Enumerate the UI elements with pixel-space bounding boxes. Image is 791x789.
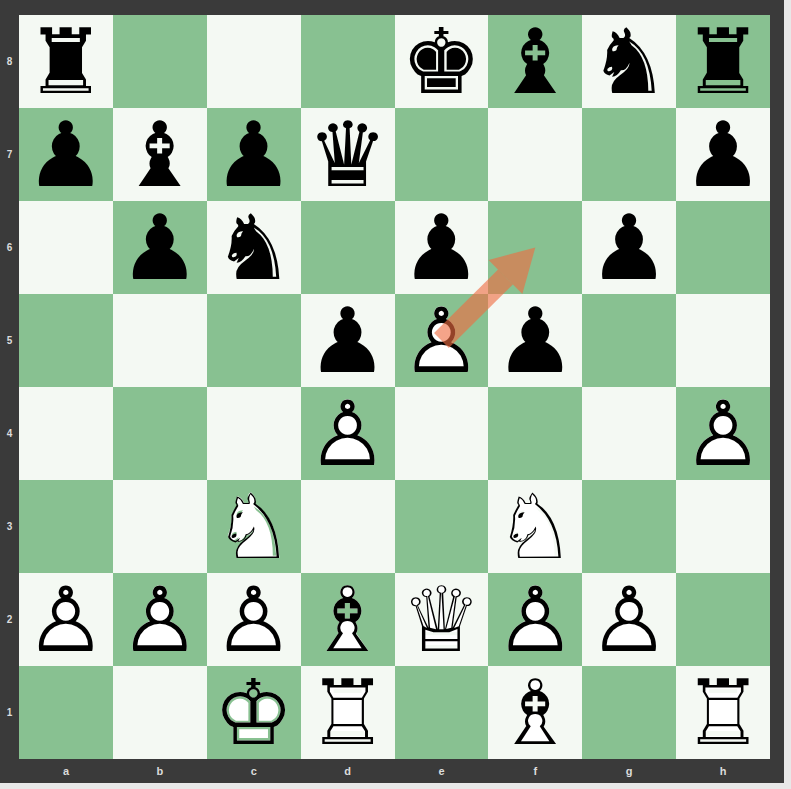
black-queen-glyph: ♛ [301, 108, 395, 201]
square-g1[interactable] [582, 666, 676, 759]
piece-black-knight[interactable]: ♞ [207, 201, 301, 294]
rank-label-5: 5 [0, 294, 19, 387]
piece-black-pawn[interactable]: ♟︎ [207, 108, 301, 201]
square-e5[interactable]: ♟︎♙ [395, 294, 489, 387]
piece-black-knight[interactable]: ♞ [582, 15, 676, 108]
square-a8[interactable]: ♜ [19, 15, 113, 108]
piece-white-rook[interactable]: ♜♖ [676, 666, 770, 759]
black-knight-glyph: ♞ [207, 201, 301, 294]
black-king-glyph: ♚ [395, 15, 489, 108]
piece-black-rook[interactable]: ♜ [676, 15, 770, 108]
square-b8[interactable] [113, 15, 207, 108]
square-a7[interactable]: ♟︎ [19, 108, 113, 201]
piece-black-rook[interactable]: ♜ [19, 15, 113, 108]
piece-black-king[interactable]: ♚ [395, 15, 489, 108]
square-e1[interactable] [395, 666, 489, 759]
chess-board[interactable]: ♜♚♝♞♜♟︎♝♟︎♛♟︎♟︎♞♟︎♟︎♟︎♟︎♙♟︎♟︎♙♟︎♙♞♘♞♘♟︎♙… [19, 15, 770, 759]
rank-label-3: 3 [0, 480, 19, 573]
piece-black-pawn[interactable]: ♟︎ [395, 201, 489, 294]
black-pawn-glyph: ♟︎ [676, 108, 770, 201]
square-f5[interactable]: ♟︎ [488, 294, 582, 387]
square-d2[interactable]: ♝♗ [301, 573, 395, 666]
file-label-d: d [301, 759, 395, 783]
white-pawn-outline: ♙ [488, 573, 582, 666]
square-d3[interactable] [301, 480, 395, 573]
square-b7[interactable]: ♝ [113, 108, 207, 201]
square-h8[interactable]: ♜ [676, 15, 770, 108]
square-e4[interactable] [395, 387, 489, 480]
square-g3[interactable] [582, 480, 676, 573]
square-f1[interactable]: ♝♗ [488, 666, 582, 759]
white-pawn-outline: ♙ [19, 573, 113, 666]
piece-white-rook[interactable]: ♜♖ [301, 666, 395, 759]
file-label-c: c [207, 759, 301, 783]
square-a2[interactable]: ♟︎♙ [19, 573, 113, 666]
white-pawn-outline: ♙ [113, 573, 207, 666]
square-g4[interactable] [582, 387, 676, 480]
square-d8[interactable] [301, 15, 395, 108]
piece-white-bishop[interactable]: ♝♗ [488, 666, 582, 759]
piece-white-pawn[interactable]: ♟︎♙ [113, 573, 207, 666]
piece-white-knight[interactable]: ♞♘ [207, 480, 301, 573]
square-g7[interactable] [582, 108, 676, 201]
piece-white-queen[interactable]: ♛♕ [395, 573, 489, 666]
piece-black-pawn[interactable]: ♟︎ [488, 294, 582, 387]
square-c3[interactable]: ♞♘ [207, 480, 301, 573]
square-e8[interactable]: ♚ [395, 15, 489, 108]
white-bishop-outline: ♗ [301, 573, 395, 666]
file-label-a: a [19, 759, 113, 783]
white-pawn-outline: ♙ [207, 573, 301, 666]
white-king-outline: ♔ [207, 666, 301, 759]
square-c2[interactable]: ♟︎♙ [207, 573, 301, 666]
square-h2[interactable] [676, 573, 770, 666]
black-pawn-glyph: ♟︎ [301, 294, 395, 387]
white-pawn-outline: ♙ [301, 387, 395, 480]
piece-black-pawn[interactable]: ♟︎ [676, 108, 770, 201]
rank-label-6: 6 [0, 201, 19, 294]
square-f4[interactable] [488, 387, 582, 480]
piece-black-pawn[interactable]: ♟︎ [19, 108, 113, 201]
square-a6[interactable] [19, 201, 113, 294]
piece-white-pawn[interactable]: ♟︎♙ [301, 387, 395, 480]
square-c6[interactable]: ♞ [207, 201, 301, 294]
square-f6[interactable] [488, 201, 582, 294]
square-b1[interactable] [113, 666, 207, 759]
piece-white-king[interactable]: ♚♔ [207, 666, 301, 759]
file-label-g: g [582, 759, 676, 783]
square-g6[interactable]: ♟︎ [582, 201, 676, 294]
rank-label-8: 8 [0, 15, 19, 108]
square-c5[interactable] [207, 294, 301, 387]
square-g8[interactable]: ♞ [582, 15, 676, 108]
piece-black-bishop[interactable]: ♝ [488, 15, 582, 108]
square-a5[interactable] [19, 294, 113, 387]
file-label-h: h [676, 759, 770, 783]
white-knight-outline: ♘ [488, 480, 582, 573]
white-knight-outline: ♘ [207, 480, 301, 573]
black-rook-glyph: ♜ [19, 15, 113, 108]
white-rook-outline: ♖ [301, 666, 395, 759]
piece-black-pawn[interactable]: ♟︎ [113, 201, 207, 294]
black-bishop-glyph: ♝ [488, 15, 582, 108]
square-d7[interactable]: ♛ [301, 108, 395, 201]
file-labels: abcdefgh [19, 759, 770, 783]
piece-white-pawn[interactable]: ♟︎♙ [488, 573, 582, 666]
black-pawn-glyph: ♟︎ [395, 201, 489, 294]
piece-black-queen[interactable]: ♛ [301, 108, 395, 201]
white-pawn-outline: ♙ [676, 387, 770, 480]
square-d1[interactable]: ♜♖ [301, 666, 395, 759]
black-pawn-glyph: ♟︎ [488, 294, 582, 387]
white-rook-outline: ♖ [676, 666, 770, 759]
rank-labels: 87654321 [0, 15, 19, 759]
square-c1[interactable]: ♚♔ [207, 666, 301, 759]
piece-white-pawn[interactable]: ♟︎♙ [207, 573, 301, 666]
square-a4[interactable] [19, 387, 113, 480]
square-b4[interactable] [113, 387, 207, 480]
square-h1[interactable]: ♜♖ [676, 666, 770, 759]
piece-white-bishop[interactable]: ♝♗ [301, 573, 395, 666]
black-pawn-glyph: ♟︎ [113, 201, 207, 294]
white-pawn-outline: ♙ [395, 294, 489, 387]
square-e2[interactable]: ♛♕ [395, 573, 489, 666]
white-bishop-outline: ♗ [488, 666, 582, 759]
square-h4[interactable]: ♟︎♙ [676, 387, 770, 480]
square-h6[interactable] [676, 201, 770, 294]
black-rook-glyph: ♜ [676, 15, 770, 108]
black-knight-glyph: ♞ [582, 15, 676, 108]
board-frame: 87654321 ♜♚♝♞♜♟︎♝♟︎♛♟︎♟︎♞♟︎♟︎♟︎♟︎♙♟︎♟︎♙♟… [0, 0, 784, 783]
square-c4[interactable] [207, 387, 301, 480]
file-label-f: f [488, 759, 582, 783]
square-f8[interactable]: ♝ [488, 15, 582, 108]
square-e6[interactable]: ♟︎ [395, 201, 489, 294]
black-pawn-glyph: ♟︎ [582, 201, 676, 294]
square-b6[interactable]: ♟︎ [113, 201, 207, 294]
square-f2[interactable]: ♟︎♙ [488, 573, 582, 666]
square-b3[interactable] [113, 480, 207, 573]
square-a1[interactable] [19, 666, 113, 759]
square-d6[interactable] [301, 201, 395, 294]
piece-white-pawn[interactable]: ♟︎♙ [676, 387, 770, 480]
file-label-e: e [395, 759, 489, 783]
square-d5[interactable]: ♟︎ [301, 294, 395, 387]
square-g5[interactable] [582, 294, 676, 387]
piece-black-pawn[interactable]: ♟︎ [582, 201, 676, 294]
piece-white-pawn[interactable]: ♟︎♙ [395, 294, 489, 387]
square-h3[interactable] [676, 480, 770, 573]
square-b5[interactable] [113, 294, 207, 387]
black-pawn-glyph: ♟︎ [19, 108, 113, 201]
square-c8[interactable] [207, 15, 301, 108]
piece-black-pawn[interactable]: ♟︎ [301, 294, 395, 387]
square-e7[interactable] [395, 108, 489, 201]
square-e3[interactable] [395, 480, 489, 573]
rank-label-7: 7 [0, 108, 19, 201]
piece-white-knight[interactable]: ♞♘ [488, 480, 582, 573]
piece-black-bishop[interactable]: ♝ [113, 108, 207, 201]
black-pawn-glyph: ♟︎ [207, 108, 301, 201]
file-label-b: b [113, 759, 207, 783]
square-f3[interactable]: ♞♘ [488, 480, 582, 573]
square-a3[interactable] [19, 480, 113, 573]
square-b2[interactable]: ♟︎♙ [113, 573, 207, 666]
square-c7[interactable]: ♟︎ [207, 108, 301, 201]
white-queen-outline: ♕ [395, 573, 489, 666]
square-h5[interactable] [676, 294, 770, 387]
piece-white-pawn[interactable]: ♟︎♙ [19, 573, 113, 666]
piece-white-pawn[interactable]: ♟︎♙ [582, 573, 676, 666]
square-d4[interactable]: ♟︎♙ [301, 387, 395, 480]
rank-label-2: 2 [0, 573, 19, 666]
square-h7[interactable]: ♟︎ [676, 108, 770, 201]
rank-label-4: 4 [0, 387, 19, 480]
square-g2[interactable]: ♟︎♙ [582, 573, 676, 666]
rank-label-1: 1 [0, 666, 19, 759]
black-bishop-glyph: ♝ [113, 108, 207, 201]
square-f7[interactable] [488, 108, 582, 201]
white-pawn-outline: ♙ [582, 573, 676, 666]
